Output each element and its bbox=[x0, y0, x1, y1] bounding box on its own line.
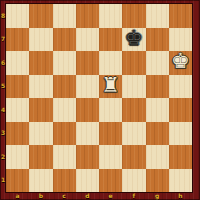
square-e6[interactable] bbox=[99, 51, 122, 75]
square-g6[interactable] bbox=[146, 51, 169, 75]
file-label-f: f bbox=[122, 192, 145, 200]
square-h2[interactable] bbox=[169, 145, 192, 169]
file-label-g: g bbox=[146, 192, 169, 200]
square-b1[interactable] bbox=[29, 169, 52, 193]
board-grid: ♚♚♜ bbox=[6, 4, 192, 192]
square-a4[interactable] bbox=[6, 98, 29, 122]
square-a7[interactable] bbox=[6, 28, 29, 52]
square-d1[interactable] bbox=[76, 169, 99, 193]
square-c7[interactable] bbox=[53, 28, 76, 52]
piece-black-king[interactable]: ♚ bbox=[124, 28, 143, 49]
square-f8[interactable] bbox=[122, 4, 145, 28]
square-f2[interactable] bbox=[122, 145, 145, 169]
square-f7[interactable]: ♚ bbox=[122, 28, 145, 52]
square-f3[interactable] bbox=[122, 122, 145, 146]
square-c8[interactable] bbox=[53, 4, 76, 28]
square-e4[interactable] bbox=[99, 98, 122, 122]
square-b2[interactable] bbox=[29, 145, 52, 169]
square-b4[interactable] bbox=[29, 98, 52, 122]
rank-label-4: 4 bbox=[0, 107, 6, 113]
square-g1[interactable] bbox=[146, 169, 169, 193]
square-c1[interactable] bbox=[53, 169, 76, 193]
square-h6[interactable]: ♚ bbox=[169, 51, 192, 75]
square-e5[interactable]: ♜ bbox=[99, 75, 122, 99]
square-c6[interactable] bbox=[53, 51, 76, 75]
square-b7[interactable] bbox=[29, 28, 52, 52]
square-a1[interactable] bbox=[6, 169, 29, 193]
square-c2[interactable] bbox=[53, 145, 76, 169]
square-c3[interactable] bbox=[53, 122, 76, 146]
square-c5[interactable] bbox=[53, 75, 76, 99]
square-d3[interactable] bbox=[76, 122, 99, 146]
square-b5[interactable] bbox=[29, 75, 52, 99]
square-b8[interactable] bbox=[29, 4, 52, 28]
square-h4[interactable] bbox=[169, 98, 192, 122]
square-a3[interactable] bbox=[6, 122, 29, 146]
square-a2[interactable] bbox=[6, 145, 29, 169]
file-label-c: c bbox=[53, 192, 76, 200]
square-a8[interactable] bbox=[6, 4, 29, 28]
square-e7[interactable] bbox=[99, 28, 122, 52]
square-f4[interactable] bbox=[122, 98, 145, 122]
file-label-d: d bbox=[76, 192, 99, 200]
square-d4[interactable] bbox=[76, 98, 99, 122]
square-d5[interactable] bbox=[76, 75, 99, 99]
piece-white-king[interactable]: ♚ bbox=[171, 51, 190, 72]
chess-board: ♚♚♜ 87654321abcdefgh bbox=[0, 0, 200, 200]
square-h8[interactable] bbox=[169, 4, 192, 28]
square-d7[interactable] bbox=[76, 28, 99, 52]
square-h1[interactable] bbox=[169, 169, 192, 193]
square-c4[interactable] bbox=[53, 98, 76, 122]
rank-label-2: 2 bbox=[0, 154, 6, 160]
square-g3[interactable] bbox=[146, 122, 169, 146]
rank-label-8: 8 bbox=[0, 13, 6, 19]
square-d8[interactable] bbox=[76, 4, 99, 28]
file-label-b: b bbox=[29, 192, 52, 200]
square-b6[interactable] bbox=[29, 51, 52, 75]
square-g5[interactable] bbox=[146, 75, 169, 99]
file-label-h: h bbox=[169, 192, 192, 200]
square-f5[interactable] bbox=[122, 75, 145, 99]
rank-label-3: 3 bbox=[0, 130, 6, 136]
rank-label-1: 1 bbox=[0, 177, 6, 183]
square-e8[interactable] bbox=[99, 4, 122, 28]
piece-white-rook[interactable]: ♜ bbox=[101, 75, 120, 96]
square-a5[interactable] bbox=[6, 75, 29, 99]
square-e3[interactable] bbox=[99, 122, 122, 146]
square-g4[interactable] bbox=[146, 98, 169, 122]
square-e1[interactable] bbox=[99, 169, 122, 193]
square-f6[interactable] bbox=[122, 51, 145, 75]
file-label-a: a bbox=[6, 192, 29, 200]
square-h5[interactable] bbox=[169, 75, 192, 99]
square-g7[interactable] bbox=[146, 28, 169, 52]
square-b3[interactable] bbox=[29, 122, 52, 146]
square-g8[interactable] bbox=[146, 4, 169, 28]
rank-label-6: 6 bbox=[0, 60, 6, 66]
square-a6[interactable] bbox=[6, 51, 29, 75]
square-e2[interactable] bbox=[99, 145, 122, 169]
rank-label-5: 5 bbox=[0, 83, 6, 89]
square-d2[interactable] bbox=[76, 145, 99, 169]
square-g2[interactable] bbox=[146, 145, 169, 169]
square-d6[interactable] bbox=[76, 51, 99, 75]
file-label-e: e bbox=[99, 192, 122, 200]
rank-label-7: 7 bbox=[0, 36, 6, 42]
square-f1[interactable] bbox=[122, 169, 145, 193]
square-h7[interactable] bbox=[169, 28, 192, 52]
square-h3[interactable] bbox=[169, 122, 192, 146]
